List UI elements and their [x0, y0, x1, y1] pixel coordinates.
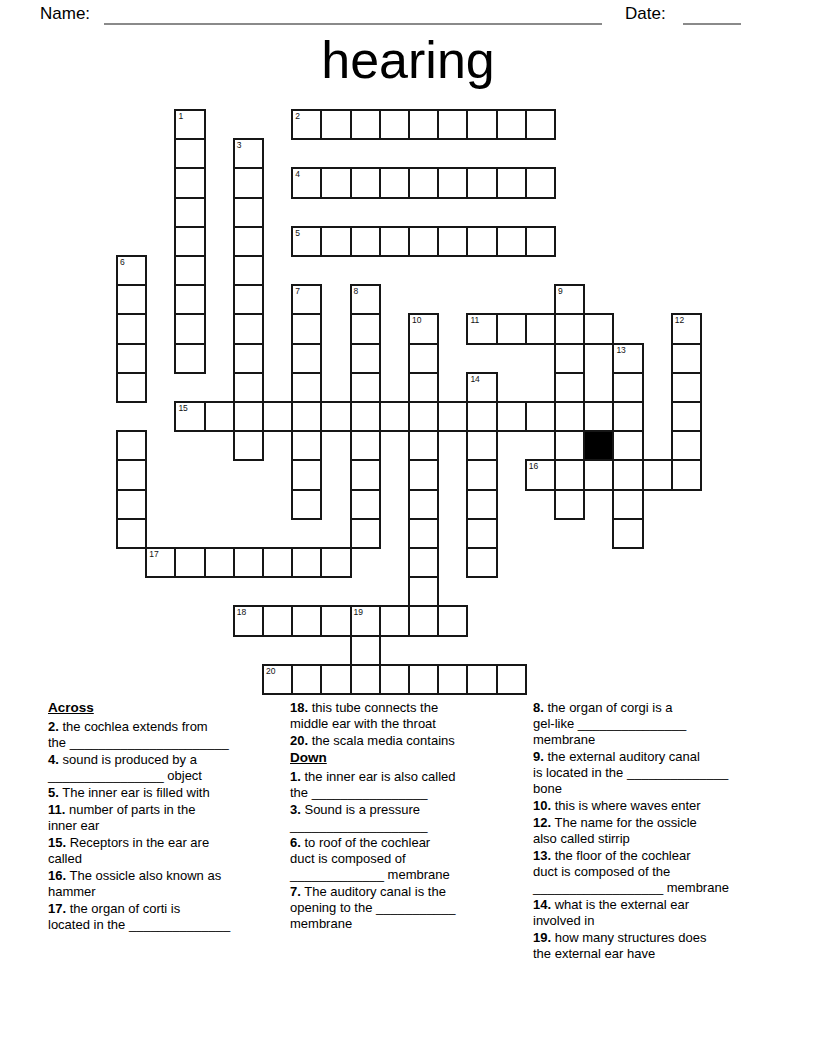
cell-number: 13	[616, 345, 625, 355]
clue-number: 11.	[48, 802, 65, 817]
grid-cell[interactable]	[612, 430, 643, 461]
clue-number: 7.	[290, 884, 301, 899]
date-fill-line[interactable]	[683, 5, 741, 25]
cell-number: 5	[295, 228, 300, 238]
grid-cell[interactable]: 15	[174, 401, 205, 432]
grid-cell[interactable]	[525, 167, 556, 198]
grid-cell[interactable]	[174, 167, 205, 198]
clue-across-4: 4. sound is produced by a ______________…	[48, 752, 276, 784]
grid-cell[interactable]: 6	[116, 255, 147, 286]
grid-cell[interactable]: 16	[525, 459, 556, 490]
grid-cell[interactable]: 7	[291, 284, 322, 315]
grid-cell[interactable]	[233, 372, 264, 403]
name-fill-line[interactable]	[104, 5, 602, 25]
down-clue-list: 1. the inner ear is also called the ____…	[290, 769, 522, 932]
grid-cell[interactable]	[350, 430, 381, 461]
grid-cell[interactable]	[466, 489, 497, 520]
grid-cell[interactable]	[466, 167, 497, 198]
grid-cell[interactable]	[204, 547, 235, 578]
grid-cell[interactable]	[612, 459, 643, 490]
grid-cell[interactable]	[437, 109, 468, 140]
clue-column-3: 8. the organ of corgi is a gel-like ____…	[533, 700, 758, 963]
grid-cell[interactable]	[116, 372, 147, 403]
grid-cell[interactable]	[116, 284, 147, 315]
clue-down-14: 14. what is the external ear involved in	[533, 897, 758, 929]
grid-cell[interactable]	[174, 226, 205, 257]
grid-cell[interactable]	[350, 343, 381, 374]
grid-cell[interactable]	[350, 459, 381, 490]
grid-cell[interactable]	[408, 372, 439, 403]
grid-cell[interactable]	[233, 401, 264, 432]
clue-number: 12.	[533, 815, 551, 830]
cell-number: 4	[295, 169, 300, 179]
clue-number: 10.	[533, 798, 551, 813]
grid-cell[interactable]	[583, 459, 614, 490]
grid-cell[interactable]: 13	[612, 343, 643, 374]
grid-cell[interactable]	[262, 401, 293, 432]
grid-cell[interactable]	[116, 459, 147, 490]
cell-number: 18	[237, 607, 246, 617]
grid-cell[interactable]	[612, 372, 643, 403]
grid-cell[interactable]	[554, 343, 585, 374]
clue-number: 16.	[48, 868, 66, 883]
grid-cell[interactable]: 17	[145, 547, 176, 578]
grid-cell-black	[583, 430, 614, 461]
grid-cell[interactable]	[233, 167, 264, 198]
cell-number: 1	[178, 111, 183, 121]
grid-cell[interactable]	[320, 547, 351, 578]
clue-number: 6.	[290, 835, 301, 850]
grid-cell[interactable]	[408, 459, 439, 490]
grid-cell[interactable]	[671, 343, 702, 374]
cell-number: 12	[675, 315, 684, 325]
grid-cell[interactable]	[291, 372, 322, 403]
grid-cell[interactable]	[408, 401, 439, 432]
grid-cell[interactable]	[554, 459, 585, 490]
grid-cell[interactable]	[116, 313, 147, 344]
grid-cell[interactable]: 20	[262, 664, 293, 695]
grid-cell[interactable]	[116, 518, 147, 549]
date-label: Date:	[625, 4, 666, 24]
clue-down-12: 12. The name for the ossicle also called…	[533, 815, 758, 847]
grid-cell[interactable]	[262, 547, 293, 578]
grid-cell[interactable]: 8	[350, 284, 381, 315]
cell-number: 10	[412, 315, 421, 325]
clue-number: 3.	[290, 802, 301, 817]
grid-cell[interactable]	[466, 401, 497, 432]
grid-cell[interactable]	[320, 226, 351, 257]
grid-cell[interactable]	[671, 459, 702, 490]
grid-cell[interactable]	[612, 489, 643, 520]
grid-cell[interactable]	[496, 401, 527, 432]
grid-cell[interactable]: 11	[466, 313, 497, 344]
clue-number: 5.	[48, 785, 59, 800]
grid-cell[interactable]	[116, 430, 147, 461]
clue-number: 15.	[48, 835, 66, 850]
grid-cell[interactable]	[320, 605, 351, 636]
grid-cell[interactable]	[408, 430, 439, 461]
grid-cell[interactable]	[116, 343, 147, 374]
clue-number: 2.	[48, 719, 59, 734]
grid-cell[interactable]	[437, 401, 468, 432]
grid-cell[interactable]	[233, 226, 264, 257]
crossword-grid: 1234567891011121314151617181920	[116, 109, 706, 699]
grid-cell[interactable]	[408, 343, 439, 374]
cell-number: 17	[149, 549, 158, 559]
grid-cell[interactable]	[554, 372, 585, 403]
cell-number: 20	[266, 666, 275, 676]
grid-cell[interactable]	[291, 401, 322, 432]
grid-cell[interactable]	[408, 605, 439, 636]
grid-cell[interactable]	[525, 109, 556, 140]
grid-cell[interactable]	[350, 109, 381, 140]
grid-cell[interactable]	[525, 401, 556, 432]
grid-cell[interactable]	[408, 109, 439, 140]
clue-down-7: 7. The auditory canal is the opening to …	[290, 884, 522, 932]
grid-cell[interactable]	[350, 635, 381, 666]
grid-cell[interactable]	[671, 401, 702, 432]
grid-cell[interactable]	[612, 401, 643, 432]
grid-cell[interactable]	[233, 547, 264, 578]
clue-number: 14.	[533, 897, 551, 912]
grid-cell[interactable]	[408, 547, 439, 578]
cell-number: 7	[295, 286, 300, 296]
grid-cell[interactable]	[408, 518, 439, 549]
clue-down-10: 10. this is where waves enter	[533, 798, 758, 814]
cell-number: 8	[354, 286, 359, 296]
grid-cell[interactable]	[291, 313, 322, 344]
grid-cell[interactable]	[233, 197, 264, 228]
cell-number: 6	[120, 257, 125, 267]
grid-cell[interactable]	[350, 372, 381, 403]
clue-number: 8.	[533, 700, 544, 715]
grid-cell[interactable]	[379, 109, 410, 140]
grid-cell[interactable]	[291, 547, 322, 578]
grid-cell[interactable]	[496, 226, 527, 257]
clue-number: 4.	[48, 752, 59, 767]
clue-across-2: 2. the cochlea extends from the ________…	[48, 719, 276, 751]
grid-cell[interactable]	[437, 167, 468, 198]
grid-cell[interactable]	[350, 226, 381, 257]
grid-cell[interactable]	[350, 167, 381, 198]
grid-cell[interactable]	[583, 313, 614, 344]
grid-cell[interactable]	[174, 284, 205, 315]
grid-cell[interactable]	[554, 313, 585, 344]
clue-down-6: 6. to roof of the cochlear duct is compo…	[290, 835, 522, 883]
grid-cell[interactable]	[671, 372, 702, 403]
grid-cell[interactable]	[466, 459, 497, 490]
grid-cell[interactable]	[291, 605, 322, 636]
grid-cell[interactable]: 18	[233, 605, 264, 636]
grid-cell[interactable]	[408, 576, 439, 607]
cell-number: 14	[470, 374, 479, 384]
grid-cell[interactable]: 3	[233, 138, 264, 169]
clue-number: 20.	[290, 733, 308, 748]
clue-down-9: 9. the external auditory canal is locate…	[533, 749, 758, 797]
down-heading: Down	[290, 750, 522, 766]
grid-cell[interactable]	[612, 518, 643, 549]
grid-cell[interactable]	[233, 430, 264, 461]
grid-cell[interactable]	[466, 226, 497, 257]
grid-cell[interactable]	[350, 518, 381, 549]
cell-number: 19	[354, 607, 363, 617]
grid-cell[interactable]	[233, 343, 264, 374]
puzzle-title: hearing	[0, 30, 816, 90]
grid-cell[interactable]	[437, 226, 468, 257]
grid-cell[interactable]	[671, 430, 702, 461]
grid-cell[interactable]	[320, 664, 351, 695]
clue-number: 1.	[290, 769, 301, 784]
grid-cell[interactable]	[379, 226, 410, 257]
grid-cell[interactable]	[233, 255, 264, 286]
grid-cell[interactable]: 5	[291, 226, 322, 257]
grid-cell[interactable]	[496, 109, 527, 140]
grid-cell[interactable]	[320, 167, 351, 198]
clue-across-16: 16. The ossicle also known as hammer	[48, 868, 276, 900]
grid-cell[interactable]	[583, 401, 614, 432]
cell-number: 3	[237, 140, 242, 150]
grid-cell[interactable]	[350, 489, 381, 520]
grid-cell[interactable]	[437, 605, 468, 636]
grid-cell[interactable]	[204, 401, 235, 432]
grid-cell[interactable]	[350, 664, 381, 695]
grid-cell[interactable]	[174, 313, 205, 344]
clue-number: 17.	[48, 901, 66, 916]
grid-cell[interactable]	[350, 401, 381, 432]
grid-cell[interactable]	[466, 547, 497, 578]
grid-cell[interactable]: 4	[291, 167, 322, 198]
grid-cell[interactable]: 10	[408, 313, 439, 344]
name-label: Name:	[40, 4, 90, 24]
grid-cell[interactable]	[174, 255, 205, 286]
down-clue-list-continued: 8. the organ of corgi is a gel-like ____…	[533, 700, 758, 962]
clue-across-17: 17. the organ of corti is located in the…	[48, 901, 276, 933]
grid-cell[interactable]	[642, 459, 673, 490]
across-clue-list: 2. the cochlea extends from the ________…	[48, 719, 276, 933]
grid-cell[interactable]: 9	[554, 284, 585, 315]
grid-cell[interactable]	[554, 401, 585, 432]
clue-across-18: 18. this tube connects the middle ear wi…	[290, 700, 522, 732]
grid-cell[interactable]	[408, 226, 439, 257]
grid-cell[interactable]	[291, 459, 322, 490]
grid-cell[interactable]	[496, 167, 527, 198]
clue-across-15: 15. Receptors in the ear are called	[48, 835, 276, 867]
grid-cell[interactable]: 12	[671, 313, 702, 344]
grid-cell[interactable]: 14	[466, 372, 497, 403]
grid-cell[interactable]	[466, 109, 497, 140]
grid-cell[interactable]	[525, 226, 556, 257]
grid-cell[interactable]	[554, 430, 585, 461]
clue-down-3: 3. Sound is a pressure _________________…	[290, 802, 522, 834]
grid-cell[interactable]	[320, 109, 351, 140]
grid-cell[interactable]	[233, 313, 264, 344]
clue-column-1: Across 2. the cochlea extends from the _…	[48, 700, 276, 934]
grid-cell[interactable]	[408, 489, 439, 520]
clue-across-20: 20. the scala media contains	[290, 733, 522, 749]
grid-cell[interactable]	[379, 401, 410, 432]
grid-cell[interactable]	[496, 313, 527, 344]
clue-number: 18.	[290, 700, 308, 715]
cell-number: 11	[470, 315, 479, 325]
grid-cell[interactable]	[174, 197, 205, 228]
grid-cell[interactable]	[233, 284, 264, 315]
grid-cell[interactable]	[525, 313, 556, 344]
grid-cell[interactable]	[291, 430, 322, 461]
grid-cell[interactable]: 1	[174, 109, 205, 140]
across-heading: Across	[48, 700, 276, 716]
clue-down-1: 1. the inner ear is also called the ____…	[290, 769, 522, 801]
clue-down-8: 8. the organ of corgi is a gel-like ____…	[533, 700, 758, 748]
grid-cell[interactable]	[437, 664, 468, 695]
grid-cell[interactable]	[174, 547, 205, 578]
grid-cell[interactable]	[174, 138, 205, 169]
clue-number: 13.	[533, 848, 551, 863]
clue-number: 9.	[533, 749, 544, 764]
grid-cell[interactable]	[379, 605, 410, 636]
grid-cell[interactable]	[408, 664, 439, 695]
cell-number: 15	[178, 403, 187, 413]
grid-cell[interactable]	[496, 664, 527, 695]
grid-cell[interactable]: 2	[291, 109, 322, 140]
grid-cell[interactable]	[379, 664, 410, 695]
grid-cell[interactable]	[408, 167, 439, 198]
grid-cell[interactable]	[379, 167, 410, 198]
grid-cell[interactable]	[466, 430, 497, 461]
grid-cell[interactable]	[466, 518, 497, 549]
clue-number: 19.	[533, 930, 551, 945]
grid-cell[interactable]: 19	[350, 605, 381, 636]
across-clue-list-continued: 18. this tube connects the middle ear wi…	[290, 700, 522, 749]
clue-down-19: 19. how many structures does the externa…	[533, 930, 758, 962]
grid-cell[interactable]	[291, 664, 322, 695]
clue-across-5: 5. The inner ear is filled with	[48, 785, 276, 801]
grid-cell[interactable]	[291, 489, 322, 520]
cell-number: 2	[295, 111, 300, 121]
grid-cell[interactable]	[291, 343, 322, 374]
clue-across-11: 11. number of parts in the inner ear	[48, 802, 276, 834]
clue-column-2: 18. this tube connects the middle ear wi…	[290, 700, 522, 933]
grid-cell[interactable]	[554, 489, 585, 520]
grid-cell[interactable]	[116, 489, 147, 520]
clue-down-13: 13. the floor of the cochlear duct is co…	[533, 848, 758, 896]
grid-cell[interactable]	[466, 664, 497, 695]
cell-number: 9	[558, 286, 563, 296]
grid-cell[interactable]	[262, 605, 293, 636]
grid-cell[interactable]	[350, 313, 381, 344]
cell-number: 16	[529, 461, 538, 471]
grid-cell[interactable]	[174, 343, 205, 374]
grid-cell[interactable]	[320, 401, 351, 432]
